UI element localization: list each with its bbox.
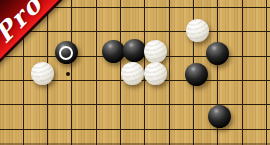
grid-line-vertical — [242, 0, 243, 145]
go-board[interactable]: Pro — [0, 0, 270, 145]
white-stone[interactable] — [31, 62, 54, 85]
grid-line-horizontal — [0, 31, 270, 32]
grid-line-vertical — [96, 0, 97, 145]
board-bottom-shadow — [0, 143, 270, 145]
grid-line-vertical — [71, 0, 72, 145]
black-stone[interactable] — [185, 63, 208, 86]
black-stone[interactable] — [102, 40, 125, 63]
star-point — [66, 72, 70, 76]
white-stone[interactable] — [144, 40, 167, 63]
white-stone[interactable] — [121, 62, 144, 85]
black-stone[interactable] — [123, 39, 146, 62]
grid-line-horizontal — [0, 129, 270, 130]
grid-line-vertical — [169, 0, 170, 145]
last-move-marker — [59, 46, 73, 60]
black-stone[interactable] — [55, 41, 78, 64]
white-stone[interactable] — [144, 62, 167, 85]
black-stone[interactable] — [208, 105, 231, 128]
grid-line-vertical — [266, 0, 267, 145]
grid-line-horizontal — [0, 104, 270, 105]
pro-ribbon-label: Pro — [0, 0, 48, 48]
black-stone[interactable] — [206, 42, 229, 65]
white-stone[interactable] — [186, 19, 209, 42]
